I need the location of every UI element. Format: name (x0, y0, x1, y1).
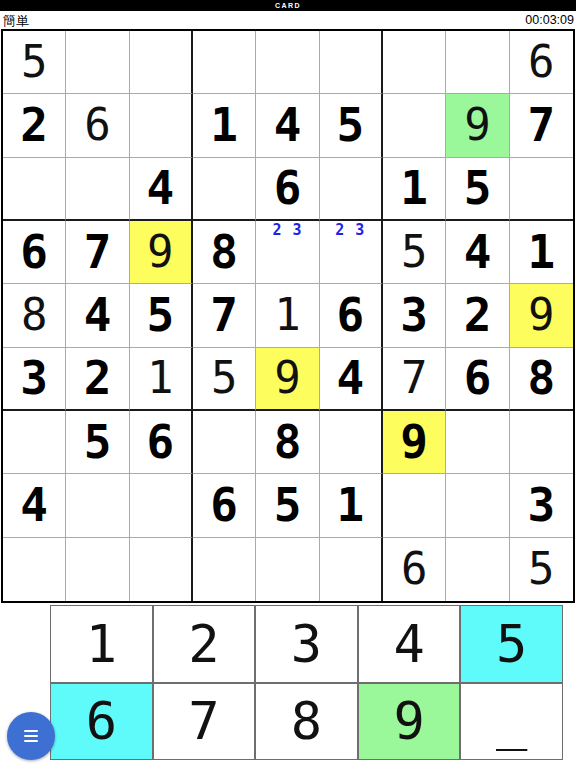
given-digit: 4 (84, 292, 112, 338)
entered-digit: 5 (528, 547, 555, 591)
cell-r7c1[interactable] (3, 411, 66, 474)
cell-r8c3[interactable] (130, 474, 193, 537)
cell-r5c2[interactable]: 4 (66, 284, 129, 347)
cell-r2c5[interactable]: 4 (256, 94, 319, 157)
given-digit: 5 (274, 482, 302, 528)
cell-r5c7[interactable]: 3 (383, 284, 446, 347)
timer: 00:03:09 (525, 13, 574, 27)
cell-r3c7[interactable]: 1 (383, 158, 446, 221)
entered-digit: 9 (147, 230, 174, 274)
pad-button-3[interactable]: 3 (255, 605, 358, 683)
cell-r7c7[interactable]: 9 (383, 411, 446, 474)
cell-r6c9[interactable]: 8 (510, 348, 573, 411)
cell-r2c7[interactable] (383, 94, 446, 157)
given-digit: 4 (336, 355, 364, 401)
cell-r1c6[interactable] (320, 31, 383, 94)
cell-r6c2[interactable]: 2 (66, 348, 129, 411)
given-digit: 7 (210, 292, 238, 338)
cell-r3c2[interactable] (66, 158, 129, 221)
cell-r6c1[interactable]: 3 (3, 348, 66, 411)
given-digit: 5 (146, 292, 174, 338)
given-digit: 5 (336, 102, 364, 148)
cell-r9c9[interactable]: 5 (510, 538, 573, 601)
cell-r5c6[interactable]: 6 (320, 284, 383, 347)
cell-r1c5[interactable] (256, 31, 319, 94)
cell-r4c9[interactable]: 1 (510, 221, 573, 284)
given-digit: 2 (464, 292, 492, 338)
cell-r2c4[interactable]: 1 (193, 94, 256, 157)
cell-r9c8[interactable] (446, 538, 509, 601)
cell-r7c4[interactable] (193, 411, 256, 474)
cell-r3c3[interactable]: 4 (130, 158, 193, 221)
cell-r9c3[interactable] (130, 538, 193, 601)
given-digit: 3 (527, 482, 555, 528)
given-digit: 1 (210, 102, 238, 148)
pad-button-1[interactable]: 1 (50, 605, 153, 683)
cell-r8c1[interactable]: 4 (3, 474, 66, 537)
given-digit: 8 (527, 355, 555, 401)
erase-button[interactable]: _ (460, 683, 563, 761)
cell-r6c3[interactable]: 1 (130, 348, 193, 411)
given-digit: 8 (210, 229, 238, 275)
cell-r4c6[interactable]: 2 3 (320, 221, 383, 284)
pencil-marks: 2 3 (320, 221, 381, 239)
given-digit: 6 (336, 292, 364, 338)
cell-r9c6[interactable] (320, 538, 383, 601)
entered-digit: 5 (211, 356, 238, 400)
entered-digit: 7 (401, 356, 428, 400)
entered-digit: 6 (84, 103, 111, 147)
given-digit: 1 (400, 165, 428, 211)
sudoku-app: CARD 簡単 00:03:09 562614597461567982 32 3… (0, 0, 576, 768)
entered-digit: 9 (528, 293, 555, 337)
cell-r7c6[interactable] (320, 411, 383, 474)
cell-r7c3[interactable]: 6 (130, 411, 193, 474)
entered-digit: 8 (21, 293, 48, 337)
pad-button-8[interactable]: 8 (255, 683, 358, 761)
menu-button[interactable] (7, 712, 55, 760)
cell-r4c4[interactable]: 8 (193, 221, 256, 284)
cell-r8c9[interactable]: 3 (510, 474, 573, 537)
pad-button-4[interactable]: 4 (358, 605, 461, 683)
given-digit: 6 (146, 419, 174, 465)
cell-r9c1[interactable] (3, 538, 66, 601)
given-digit: 4 (146, 165, 174, 211)
cell-r2c9[interactable]: 7 (510, 94, 573, 157)
entered-digit: 1 (147, 356, 174, 400)
cell-r3c1[interactable] (3, 158, 66, 221)
given-digit: 4 (20, 482, 48, 528)
given-digit: 9 (400, 419, 428, 465)
entered-digit: 9 (274, 356, 301, 400)
cell-r8c7[interactable] (383, 474, 446, 537)
number-pad: 123456789_ (50, 605, 563, 760)
cell-r4c2[interactable]: 7 (66, 221, 129, 284)
cell-r9c7[interactable]: 6 (383, 538, 446, 601)
cell-r2c1[interactable]: 2 (3, 94, 66, 157)
pad-button-7[interactable]: 7 (153, 683, 256, 761)
cell-r8c8[interactable] (446, 474, 509, 537)
cell-r9c5[interactable] (256, 538, 319, 601)
cell-r6c6[interactable]: 4 (320, 348, 383, 411)
cell-r1c1[interactable]: 5 (3, 31, 66, 94)
given-digit: 1 (336, 482, 364, 528)
cell-r6c5[interactable]: 9 (256, 348, 319, 411)
cell-r6c4[interactable]: 5 (193, 348, 256, 411)
ad-banner: CARD (0, 0, 576, 11)
cell-r8c2[interactable] (66, 474, 129, 537)
cell-r8c6[interactable]: 1 (320, 474, 383, 537)
given-digit: 5 (464, 165, 492, 211)
cell-r6c8[interactable]: 6 (446, 348, 509, 411)
cell-r4c3[interactable]: 9 (130, 221, 193, 284)
cell-r3c5[interactable]: 6 (256, 158, 319, 221)
given-digit: 2 (84, 355, 112, 401)
cell-r1c4[interactable] (193, 31, 256, 94)
cell-r8c4[interactable]: 6 (193, 474, 256, 537)
given-digit: 7 (527, 102, 555, 148)
given-digit: 4 (464, 229, 492, 275)
cell-r4c7[interactable]: 5 (383, 221, 446, 284)
given-digit: 6 (274, 165, 302, 211)
difficulty-label: 簡単 (3, 12, 29, 30)
cell-r1c7[interactable] (383, 31, 446, 94)
cell-r1c3[interactable] (130, 31, 193, 94)
cell-r8c5[interactable]: 5 (256, 474, 319, 537)
cell-r1c2[interactable] (66, 31, 129, 94)
entered-digit: 5 (21, 40, 48, 84)
cell-r4c8[interactable]: 4 (446, 221, 509, 284)
cell-r4c1[interactable]: 6 (3, 221, 66, 284)
cell-r3c9[interactable] (510, 158, 573, 221)
cell-r4c5[interactable]: 2 3 (256, 221, 319, 284)
hamburger-icon (24, 730, 38, 742)
cell-r3c4[interactable] (193, 158, 256, 221)
given-digit: 3 (400, 292, 428, 338)
cell-r2c3[interactable] (130, 94, 193, 157)
cell-r5c5[interactable]: 1 (256, 284, 319, 347)
cell-r2c8[interactable]: 9 (446, 94, 509, 157)
cell-r9c4[interactable] (193, 538, 256, 601)
entered-digit: 6 (528, 40, 555, 84)
entered-digit: 1 (274, 293, 301, 337)
given-digit: 4 (274, 102, 302, 148)
given-digit: 6 (210, 482, 238, 528)
given-digit: 8 (274, 419, 302, 465)
given-digit: 7 (84, 229, 112, 275)
pad-button-9[interactable]: 9 (358, 683, 461, 761)
cell-r7c8[interactable] (446, 411, 509, 474)
given-digit: 2 (20, 102, 48, 148)
cell-r1c8[interactable] (446, 31, 509, 94)
cell-r7c9[interactable] (510, 411, 573, 474)
cell-r5c8[interactable]: 2 (446, 284, 509, 347)
given-digit: 5 (84, 419, 112, 465)
cell-r2c6[interactable]: 5 (320, 94, 383, 157)
sudoku-board: 562614597461567982 32 354184571632932159… (1, 29, 575, 603)
cell-r5c1[interactable]: 8 (3, 284, 66, 347)
entered-digit: 6 (401, 547, 428, 591)
cell-r7c2[interactable]: 5 (66, 411, 129, 474)
given-digit: 6 (464, 355, 492, 401)
given-digit: 1 (527, 229, 555, 275)
cell-r1c9[interactable]: 6 (510, 31, 573, 94)
pad-button-5[interactable]: 5 (460, 605, 563, 683)
cell-r6c7[interactable]: 7 (383, 348, 446, 411)
cell-r5c3[interactable]: 5 (130, 284, 193, 347)
cell-r3c8[interactable]: 5 (446, 158, 509, 221)
cell-r3c6[interactable] (320, 158, 383, 221)
cell-r5c4[interactable]: 7 (193, 284, 256, 347)
cell-r7c5[interactable]: 8 (256, 411, 319, 474)
given-digit: 6 (20, 229, 48, 275)
entered-digit: 9 (464, 103, 491, 147)
entered-digit: 5 (401, 230, 428, 274)
cell-r5c9[interactable]: 9 (510, 284, 573, 347)
cell-r9c2[interactable] (66, 538, 129, 601)
given-digit: 3 (20, 355, 48, 401)
cell-r2c2[interactable]: 6 (66, 94, 129, 157)
pad-button-6[interactable]: 6 (50, 683, 153, 761)
pad-button-2[interactable]: 2 (153, 605, 256, 683)
pencil-marks: 2 3 (256, 221, 318, 239)
